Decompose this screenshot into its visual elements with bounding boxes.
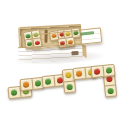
tile-half	[105, 84, 116, 96]
product-photo	[0, 0, 125, 125]
red-picture-icon	[106, 76, 113, 83]
green-picture-icon	[107, 87, 114, 94]
wooden-box	[17, 23, 103, 65]
tile-half	[64, 80, 75, 92]
yellow-picture-icon	[65, 72, 72, 79]
lid-print-text	[80, 31, 94, 35]
domino-tile	[90, 64, 115, 78]
green-picture-icon	[105, 67, 112, 74]
orange-picture-icon	[23, 81, 30, 88]
domino-chain	[6, 62, 120, 104]
green-picture-icon	[34, 80, 41, 87]
brand-stamp	[71, 51, 78, 55]
green-picture-icon	[66, 83, 73, 90]
orange-picture-icon	[76, 70, 83, 77]
green-picture-icon	[45, 78, 52, 85]
box-right-side-face	[82, 44, 87, 58]
tile-half	[102, 65, 114, 76]
red-picture-icon	[94, 68, 101, 75]
green-picture-icon	[11, 89, 18, 96]
